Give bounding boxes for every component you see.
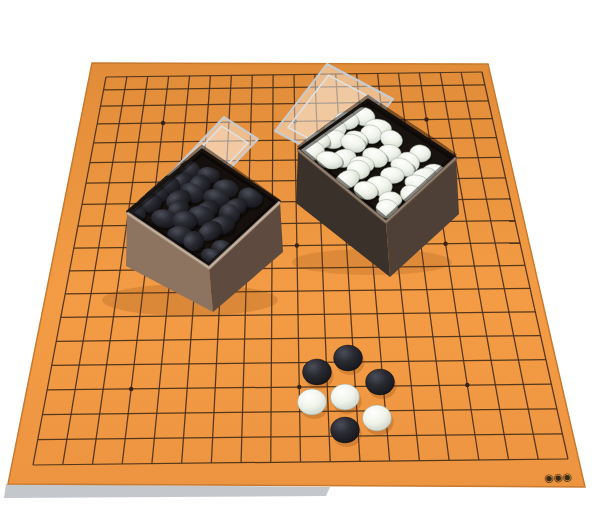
white-stone [331, 384, 360, 410]
star-point [424, 117, 428, 121]
go-board-scene: ◉◉◉ [0, 0, 600, 530]
black-stone [331, 417, 360, 443]
go-set-product-photo: ◉◉◉ [0, 0, 600, 530]
star-point [129, 387, 133, 391]
star-point [443, 242, 447, 246]
brand-logo: ◉◉◉ [544, 470, 572, 484]
white-stone [363, 405, 392, 431]
black-stone [366, 369, 395, 395]
star-point [161, 121, 165, 125]
white-stone [298, 389, 327, 415]
black-stone [334, 345, 363, 371]
black-stone [303, 359, 332, 385]
star-point [465, 383, 469, 387]
star-point [297, 385, 301, 389]
star-point [295, 243, 299, 247]
